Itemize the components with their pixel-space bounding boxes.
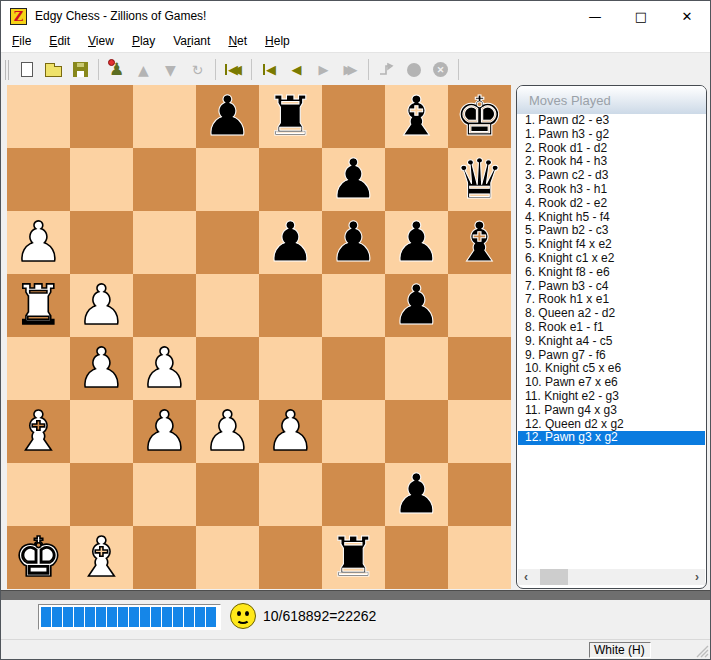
square-c7[interactable] [133,148,196,211]
suggest-move-button [374,57,399,82]
record-button [401,57,426,82]
scrollbar-thumb[interactable] [540,569,568,585]
square-d5[interactable] [196,274,259,337]
square-h5[interactable] [448,274,511,337]
progress-block [63,607,73,627]
move-item[interactable]: 3. Rook h3 - h1 [518,183,705,197]
black-pawn: ♟ [203,85,252,148]
square-f5[interactable] [322,274,385,337]
square-f4[interactable] [322,337,385,400]
black-bishop: ♝ [392,85,441,148]
move-item[interactable]: 12. Queen d2 x g2 [518,418,705,432]
forward-icon: ▶ [319,62,329,77]
vcr-bar-icon [263,64,265,75]
move-item[interactable]: 3. Pawn c2 - d3 [518,169,705,183]
client-area: ♟♜♝♚♟♛♟♟♟♟♝♜♟♟♟♟♝♟♟♟♟♚♝♜ Moves Played 1.… [1,85,710,640]
square-g8[interactable]: ♝ [385,85,448,148]
move-item[interactable]: 1. Pawn d2 - e3 [518,114,705,128]
square-g1[interactable] [385,526,448,589]
menu-file[interactable]: File [3,31,40,53]
toolbar: ♟ ▲ ▼ ↻ ◀◀ ◀ ◀ ▶ ▶▶ ✕ [1,54,710,85]
progress-block [173,607,183,627]
square-d3[interactable]: ♟ [196,400,259,463]
search-status-row: 10/618892=22262 [1,600,710,640]
square-f2[interactable] [322,463,385,526]
square-h3[interactable] [448,400,511,463]
search-count-text: 10/618892=22262 [263,608,376,624]
square-g4[interactable] [385,337,448,400]
toolbar-separator [215,59,216,80]
square-g2[interactable]: ♟ [385,463,448,526]
toolbar-separator [251,59,252,80]
step-back-button[interactable]: ◀ [284,57,309,82]
progress-block [96,607,106,627]
down-arrow-icon: ▼ [165,62,176,78]
suggest-move-icon [378,62,395,77]
square-a6[interactable]: ♟ [7,211,70,274]
toolbar-separator [368,59,369,80]
square-d8[interactable]: ♟ [196,85,259,148]
square-b3[interactable] [70,400,133,463]
square-c4[interactable]: ♟ [133,337,196,400]
horizontal-scrollbar[interactable]: ‹ › [518,569,705,585]
square-e5[interactable] [259,274,322,337]
maximize-button[interactable]: □ [618,1,664,31]
square-a5[interactable]: ♜ [7,274,70,337]
save-floppy-icon [73,62,88,77]
move-item[interactable]: 12. Pawn g3 x g2 [518,431,705,445]
square-g7[interactable] [385,148,448,211]
square-h4[interactable] [448,337,511,400]
scroll-right-arrow[interactable]: › [689,569,705,585]
save-button[interactable] [68,57,93,82]
new-variant-button[interactable]: ♟ [104,57,129,82]
move-down-button: ▼ [158,57,183,82]
stop-button: ✕ [428,57,453,82]
close-button[interactable]: ✕ [664,1,710,31]
progress-block [107,607,117,627]
move-item[interactable]: 11. Pawn g4 x g3 [518,404,705,418]
black-pawn: ♟ [392,274,441,337]
move-item[interactable]: 6. Knight f8 - e6 [518,266,705,280]
square-c8[interactable] [133,85,196,148]
square-e4[interactable] [259,337,322,400]
square-a4[interactable] [7,337,70,400]
white-pawn: ♟ [14,211,63,274]
square-h8[interactable]: ♚ [448,85,511,148]
white-pawn: ♟ [203,400,252,463]
black-rook: ♜ [329,526,378,589]
white-king: ♚ [14,526,63,589]
stop-icon: ✕ [433,62,448,77]
new-game-button[interactable] [14,57,39,82]
progress-block [206,607,216,627]
app-window: Z Edgy Chess - Zillions of Games! — □ ✕ … [0,0,711,660]
square-g3[interactable] [385,400,448,463]
square-f8[interactable] [322,85,385,148]
square-d4[interactable] [196,337,259,400]
black-pawn: ♟ [392,463,441,526]
square-e7[interactable] [259,148,322,211]
square-f3[interactable] [322,400,385,463]
progress-block [151,607,161,627]
square-b6[interactable] [70,211,133,274]
progress-block [41,607,51,627]
chess-board: ♟♜♝♚♟♛♟♟♟♟♝♜♟♟♟♟♝♟♟♟♟♚♝♜ [7,85,511,589]
move-item[interactable]: 2. Rook h4 - h3 [518,155,705,169]
move-item[interactable]: 9. Knight a4 - c5 [518,335,705,349]
progress-block [118,607,128,627]
white-pawn: ♟ [266,400,315,463]
square-c3[interactable]: ♟ [133,400,196,463]
square-e1[interactable] [259,526,322,589]
replay-button: ↻ [185,57,210,82]
square-d1[interactable] [196,526,259,589]
scroll-left-arrow[interactable]: ‹ [518,569,534,585]
window-title: Edgy Chess - Zillions of Games! [35,9,206,23]
square-d2[interactable] [196,463,259,526]
resize-grip[interactable] [696,645,709,658]
move-item[interactable]: 1. Pawn h3 - g2 [518,128,705,142]
square-g6[interactable]: ♟ [385,211,448,274]
black-rook: ♜ [266,85,315,148]
moves-panel: Moves Played 1. Pawn d2 - e31. Pawn h3 -… [516,85,707,589]
new-file-icon [21,62,33,77]
square-b5[interactable]: ♟ [70,274,133,337]
move-item[interactable]: 7. Rook h1 x e1 [518,293,705,307]
square-e2[interactable] [259,463,322,526]
square-d7[interactable] [196,148,259,211]
square-f1[interactable]: ♜ [322,526,385,589]
square-c6[interactable] [133,211,196,274]
white-pawn: ♟ [140,337,189,400]
square-h2[interactable] [448,463,511,526]
square-h7[interactable]: ♛ [448,148,511,211]
white-pawn: ♟ [77,274,126,337]
move-item[interactable]: 8. Queen a2 - d2 [518,307,705,321]
square-h1[interactable] [448,526,511,589]
square-c2[interactable] [133,463,196,526]
move-item[interactable]: 7. Pawn b3 - c4 [518,280,705,294]
up-arrow-icon: ▲ [138,62,149,78]
square-c1[interactable] [133,526,196,589]
white-pawn: ♟ [140,400,189,463]
black-king: ♚ [455,85,504,148]
progress-block [85,607,95,627]
square-a8[interactable] [7,85,70,148]
jump-to-end-button: ▶▶ [338,57,363,82]
open-folder-icon [45,66,62,77]
square-f6[interactable]: ♟ [322,211,385,274]
move-item[interactable]: 10. Knight c5 x e6 [518,362,705,376]
move-item[interactable]: 10. Pawn e7 x e6 [518,376,705,390]
square-a2[interactable] [7,463,70,526]
black-pawn: ♟ [329,148,378,211]
replay-icon: ↻ [192,62,204,78]
black-pawn: ♟ [329,211,378,274]
menu-edit[interactable]: Edit [40,31,79,53]
step-back-stop-button[interactable]: ◀ [257,57,282,82]
move-item[interactable]: 5. Knight f4 x e2 [518,238,705,252]
menu-play[interactable]: Play [123,31,164,53]
jump-to-start-button[interactable]: ◀◀ [221,57,246,82]
move-item[interactable]: 4. Knight h5 - f4 [518,211,705,225]
minimize-button[interactable]: — [572,1,618,31]
black-pawn: ♟ [392,211,441,274]
progress-block [129,607,139,627]
move-item[interactable]: 4. Rook d2 - e2 [518,197,705,211]
record-icon [407,63,421,77]
square-f7[interactable]: ♟ [322,148,385,211]
square-a1[interactable]: ♚ [7,526,70,589]
progress-block [184,607,194,627]
search-progress-bar [38,604,221,630]
progress-block [140,607,150,627]
move-item[interactable]: 6. Knight c1 x e2 [518,252,705,266]
progress-block [162,607,172,627]
square-g5[interactable]: ♟ [385,274,448,337]
menu-view[interactable]: View [79,31,123,53]
square-b7[interactable] [70,148,133,211]
square-a3[interactable]: ♝ [7,400,70,463]
fast-forward-icon: ▶▶ [344,62,358,77]
move-item[interactable]: 8. Rook e1 - f1 [518,321,705,335]
square-c5[interactable] [133,274,196,337]
black-bishop: ♝ [455,211,504,274]
smiley-icon [230,603,256,629]
white-bishop: ♝ [77,526,126,589]
white-rook: ♜ [14,274,63,337]
moves-list: 1. Pawn d2 - e31. Pawn h3 - g22. Rook d1… [518,114,705,569]
square-b8[interactable] [70,85,133,148]
step-forward-button: ▶ [311,57,336,82]
progress-block [195,607,205,627]
black-queen: ♛ [455,148,504,211]
square-a7[interactable] [7,148,70,211]
black-pawn: ♟ [266,211,315,274]
toolbar-separator [458,59,459,80]
turn-indicator: White (H) [589,642,651,658]
square-b1[interactable]: ♝ [70,526,133,589]
square-e6[interactable]: ♟ [259,211,322,274]
menu-net[interactable]: Net [219,31,256,53]
move-item[interactable]: 5. Pawn b2 - c3 [518,224,705,238]
menu-variant[interactable]: Variant [164,31,219,53]
move-item[interactable]: 11. Knight e2 - g3 [518,390,705,404]
menu-bar: File Edit View Play Variant Net Help [1,31,710,53]
app-icon: Z [10,8,27,25]
toolbar-grip[interactable] [5,60,9,80]
square-h6[interactable]: ♝ [448,211,511,274]
square-e3[interactable]: ♟ [259,400,322,463]
square-b2[interactable] [70,463,133,526]
rewind-icon: ◀◀ [228,62,242,77]
status-bar: White (H) [1,639,710,659]
toolbar-separator [98,59,99,80]
open-button[interactable] [41,57,66,82]
red-ball-icon [108,59,115,66]
sunken-edge [1,590,710,600]
moves-panel-title: Moves Played [517,86,706,114]
square-d6[interactable] [196,211,259,274]
square-b4[interactable]: ♟ [70,337,133,400]
progress-block [74,607,84,627]
move-item[interactable]: 2. Rook d1 - d2 [518,142,705,156]
progress-block [52,607,62,627]
move-up-button: ▲ [131,57,156,82]
white-bishop: ♝ [14,400,63,463]
white-pawn: ♟ [77,337,126,400]
vcr-bar-icon [225,64,227,75]
back-icon: ◀ [266,62,276,77]
square-e8[interactable]: ♜ [259,85,322,148]
menu-help[interactable]: Help [256,31,299,53]
back-icon: ◀ [292,62,302,77]
move-item[interactable]: 9. Pawn g7 - f6 [518,349,705,363]
title-bar: Z Edgy Chess - Zillions of Games! — □ ✕ [1,1,710,31]
